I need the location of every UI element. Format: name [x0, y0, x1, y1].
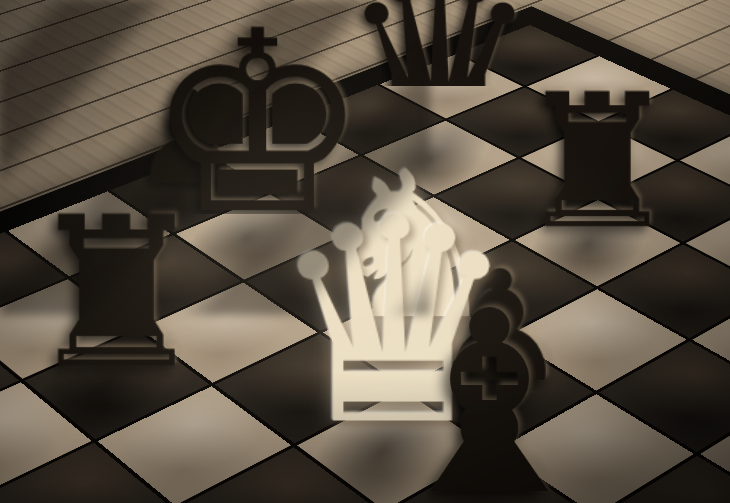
square-c3[interactable]: ♝	[387, 452, 592, 503]
chess-board: ♛♜♟♚♞♟♛♝♜	[0, 25, 730, 503]
chess-scene: ♛♜♟♚♞♟♛♝♜	[0, 0, 730, 503]
black-bishop-glyph: ♝	[291, 285, 687, 503]
